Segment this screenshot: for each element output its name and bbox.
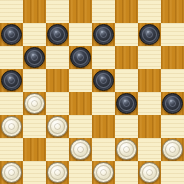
square-r2c5[interactable]: [115, 46, 138, 69]
white-man-piece[interactable]: [116, 139, 137, 160]
white-man-piece[interactable]: [47, 162, 68, 183]
square-r0c2: [46, 0, 69, 23]
black-man-piece[interactable]: [70, 47, 91, 68]
square-r1c2[interactable]: [46, 23, 69, 46]
square-r5c5: [115, 115, 138, 138]
square-r1c1: [23, 23, 46, 46]
square-r4c0: [0, 92, 23, 115]
square-r7c7: [161, 161, 184, 184]
black-man-piece[interactable]: [24, 47, 45, 68]
square-r2c2: [46, 46, 69, 69]
square-r1c7: [161, 23, 184, 46]
square-r6c5[interactable]: [115, 138, 138, 161]
black-man-piece[interactable]: [116, 93, 137, 114]
square-r6c2: [46, 138, 69, 161]
square-r6c7[interactable]: [161, 138, 184, 161]
checkers-board: [0, 0, 184, 184]
square-r4c2: [46, 92, 69, 115]
white-man-piece[interactable]: [93, 162, 114, 183]
square-r3c0[interactable]: [0, 69, 23, 92]
square-r3c4[interactable]: [92, 69, 115, 92]
square-r0c6: [138, 0, 161, 23]
square-r5c4[interactable]: [92, 115, 115, 138]
square-r6c1[interactable]: [23, 138, 46, 161]
square-r6c0: [0, 138, 23, 161]
white-man-piece[interactable]: [24, 93, 45, 114]
square-r1c4[interactable]: [92, 23, 115, 46]
square-r3c3: [69, 69, 92, 92]
square-r3c6[interactable]: [138, 69, 161, 92]
white-man-piece[interactable]: [1, 162, 22, 183]
square-r6c6: [138, 138, 161, 161]
square-r7c3: [69, 161, 92, 184]
square-r4c5[interactable]: [115, 92, 138, 115]
square-r2c4: [92, 46, 115, 69]
black-man-piece[interactable]: [139, 24, 160, 45]
square-r0c1[interactable]: [23, 0, 46, 23]
square-r1c5: [115, 23, 138, 46]
square-r5c2[interactable]: [46, 115, 69, 138]
square-r6c4: [92, 138, 115, 161]
white-man-piece[interactable]: [70, 139, 91, 160]
square-r7c6[interactable]: [138, 161, 161, 184]
square-r3c1: [23, 69, 46, 92]
square-r0c4: [92, 0, 115, 23]
square-r5c3: [69, 115, 92, 138]
square-r3c5: [115, 69, 138, 92]
square-r4c7[interactable]: [161, 92, 184, 115]
square-r0c7[interactable]: [161, 0, 184, 23]
square-r1c0[interactable]: [0, 23, 23, 46]
white-man-piece[interactable]: [139, 162, 160, 183]
square-r1c6[interactable]: [138, 23, 161, 46]
square-r2c1[interactable]: [23, 46, 46, 69]
square-r1c3: [69, 23, 92, 46]
square-r4c4: [92, 92, 115, 115]
square-r6c3[interactable]: [69, 138, 92, 161]
black-man-piece[interactable]: [1, 24, 22, 45]
black-man-piece[interactable]: [93, 24, 114, 45]
black-man-piece[interactable]: [162, 93, 183, 114]
square-r5c6[interactable]: [138, 115, 161, 138]
square-r7c0[interactable]: [0, 161, 23, 184]
square-r4c6: [138, 92, 161, 115]
square-r0c0: [0, 0, 23, 23]
square-r5c7: [161, 115, 184, 138]
white-man-piece[interactable]: [162, 139, 183, 160]
square-r5c0[interactable]: [0, 115, 23, 138]
black-man-piece[interactable]: [47, 24, 68, 45]
square-r0c5[interactable]: [115, 0, 138, 23]
square-r4c3[interactable]: [69, 92, 92, 115]
square-r7c2[interactable]: [46, 161, 69, 184]
square-r0c3[interactable]: [69, 0, 92, 23]
square-r4c1[interactable]: [23, 92, 46, 115]
black-man-piece[interactable]: [1, 70, 22, 91]
square-r7c5: [115, 161, 138, 184]
square-r7c1: [23, 161, 46, 184]
black-man-piece[interactable]: [93, 70, 114, 91]
white-man-piece[interactable]: [47, 116, 68, 137]
square-r3c7: [161, 69, 184, 92]
square-r3c2[interactable]: [46, 69, 69, 92]
square-r7c4[interactable]: [92, 161, 115, 184]
square-r2c0: [0, 46, 23, 69]
square-r2c3[interactable]: [69, 46, 92, 69]
square-r5c1: [23, 115, 46, 138]
square-r2c6: [138, 46, 161, 69]
white-man-piece[interactable]: [1, 116, 22, 137]
square-r2c7[interactable]: [161, 46, 184, 69]
